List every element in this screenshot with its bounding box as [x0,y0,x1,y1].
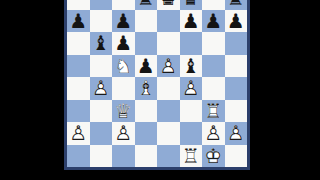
square-e4[interactable] [157,77,180,100]
square-g4[interactable] [202,77,225,100]
square-c2[interactable]: ♟♙ [112,122,135,145]
white-bishop-d4[interactable]: ♝♗ [135,77,158,100]
piece-outline: ♙ [112,122,135,145]
square-d2[interactable] [135,122,158,145]
black-bishop-b6[interactable]: ♝ [90,32,113,55]
board-border: ♜♚♛♜♟♟♟♟♟♝♟♞♘♟♟♙♝♟♙♝♗♟♙♛♕♜♖♟♙♟♙♟♙♟♙♜♖♚♔ [64,0,250,170]
square-a6[interactable] [67,32,90,55]
piece-outline: ♙ [157,55,180,78]
black-pawn-c7[interactable]: ♟ [112,10,135,33]
white-pawn-g2[interactable]: ♟♙ [202,122,225,145]
piece-outline: ♙ [180,77,203,100]
square-c1[interactable] [112,145,135,168]
black-pawn-d5[interactable]: ♟ [135,55,158,78]
square-c3[interactable]: ♛♕ [112,100,135,123]
square-h1[interactable] [225,145,248,168]
white-queen-c3[interactable]: ♛♕ [112,100,135,123]
piece-glyph: ♟ [67,10,90,33]
square-g3[interactable]: ♜♖ [202,100,225,123]
piece-outline: ♙ [90,77,113,100]
white-king-g1[interactable]: ♚♔ [202,145,225,168]
black-pawn-c6[interactable]: ♟ [112,32,135,55]
piece-outline: ♘ [112,55,135,78]
piece-outline: ♖ [202,100,225,123]
black-pawn-g7[interactable]: ♟ [202,10,225,33]
piece-outline: ♔ [202,145,225,168]
square-c5[interactable]: ♞♘ [112,55,135,78]
black-pawn-a7[interactable]: ♟ [67,10,90,33]
piece-outline: ♙ [67,122,90,145]
chessboard[interactable]: ♜♚♛♜♟♟♟♟♟♝♟♞♘♟♟♙♝♟♙♝♗♟♙♛♕♜♖♟♙♟♙♟♙♟♙♜♖♚♔ [67,0,247,167]
square-b6[interactable]: ♝ [90,32,113,55]
square-h4[interactable] [225,77,248,100]
white-pawn-b4[interactable]: ♟♙ [90,77,113,100]
square-d8[interactable]: ♜ [135,0,158,10]
square-g6[interactable] [202,32,225,55]
square-c6[interactable]: ♟ [112,32,135,55]
piece-outline: ♗ [135,77,158,100]
white-pawn-e5[interactable]: ♟♙ [157,55,180,78]
square-e7[interactable] [157,10,180,33]
square-b8[interactable] [90,0,113,10]
piece-outline: ♙ [225,122,248,145]
square-c4[interactable] [112,77,135,100]
square-f5[interactable]: ♝ [180,55,203,78]
square-a7[interactable]: ♟ [67,10,90,33]
square-e5[interactable]: ♟♙ [157,55,180,78]
piece-outline: ♖ [180,145,203,168]
square-e2[interactable] [157,122,180,145]
square-f1[interactable]: ♜♖ [180,145,203,168]
square-d4[interactable]: ♝♗ [135,77,158,100]
square-h3[interactable] [225,100,248,123]
piece-glyph: ♟ [202,10,225,33]
square-f6[interactable] [180,32,203,55]
square-f2[interactable] [180,122,203,145]
piece-glyph: ♜ [135,0,158,10]
piece-glyph: ♝ [90,32,113,55]
square-e6[interactable] [157,32,180,55]
square-h6[interactable] [225,32,248,55]
white-pawn-h2[interactable]: ♟♙ [225,122,248,145]
white-knight-c5[interactable]: ♞♘ [112,55,135,78]
square-f4[interactable]: ♟♙ [180,77,203,100]
black-king-e8[interactable]: ♚ [157,0,180,10]
square-g1[interactable]: ♚♔ [202,145,225,168]
white-pawn-c2[interactable]: ♟♙ [112,122,135,145]
square-h5[interactable] [225,55,248,78]
piece-glyph: ♝ [180,55,203,78]
square-d1[interactable] [135,145,158,168]
square-b3[interactable] [90,100,113,123]
piece-glyph: ♟ [135,55,158,78]
square-a1[interactable] [67,145,90,168]
black-bishop-f5[interactable]: ♝ [180,55,203,78]
square-h2[interactable]: ♟♙ [225,122,248,145]
piece-glyph: ♚ [157,0,180,10]
square-d7[interactable] [135,10,158,33]
square-d6[interactable] [135,32,158,55]
square-a3[interactable] [67,100,90,123]
square-b1[interactable] [90,145,113,168]
square-e1[interactable] [157,145,180,168]
square-b4[interactable]: ♟♙ [90,77,113,100]
square-g7[interactable]: ♟ [202,10,225,33]
white-pawn-f4[interactable]: ♟♙ [180,77,203,100]
square-a4[interactable] [67,77,90,100]
square-g5[interactable] [202,55,225,78]
white-pawn-a2[interactable]: ♟♙ [67,122,90,145]
piece-glyph: ♟ [112,32,135,55]
black-pawn-h7[interactable]: ♟ [225,10,248,33]
square-f7[interactable]: ♟ [180,10,203,33]
square-c7[interactable]: ♟ [112,10,135,33]
white-rook-f1[interactable]: ♜♖ [180,145,203,168]
square-e8[interactable]: ♚ [157,0,180,10]
black-rook-d8[interactable]: ♜ [135,0,158,10]
square-g2[interactable]: ♟♙ [202,122,225,145]
piece-glyph: ♟ [112,10,135,33]
square-b5[interactable] [90,55,113,78]
piece-outline: ♕ [112,100,135,123]
square-d3[interactable] [135,100,158,123]
piece-outline: ♙ [202,122,225,145]
square-f3[interactable] [180,100,203,123]
square-a5[interactable] [67,55,90,78]
square-e3[interactable] [157,100,180,123]
square-h7[interactable]: ♟ [225,10,248,33]
piece-glyph: ♟ [225,10,248,33]
square-b2[interactable] [90,122,113,145]
white-rook-g3[interactable]: ♜♖ [202,100,225,123]
square-b7[interactable] [90,10,113,33]
piece-glyph: ♟ [180,10,203,33]
video-frame: ♜♚♛♜♟♟♟♟♟♝♟♞♘♟♟♙♝♟♙♝♗♟♙♛♕♜♖♟♙♟♙♟♙♟♙♜♖♚♔ [0,0,320,180]
black-pawn-f7[interactable]: ♟ [180,10,203,33]
square-d5[interactable]: ♟ [135,55,158,78]
square-a2[interactable]: ♟♙ [67,122,90,145]
